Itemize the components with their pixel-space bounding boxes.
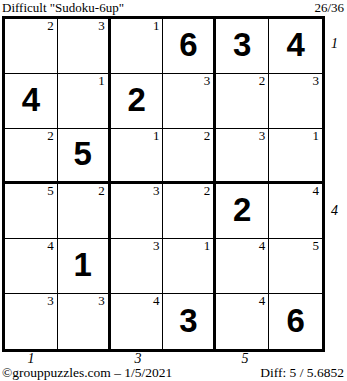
sudoku-cell-r3c4[interactable]: 2	[163, 129, 216, 184]
sudoku-cell-r5c5[interactable]: 4	[216, 239, 269, 294]
sudoku-cell-r4c2[interactable]: 2	[58, 184, 111, 239]
pencil-mark: 2	[204, 184, 211, 198]
pencil-mark: 3	[153, 184, 160, 198]
given-digit: 6	[269, 294, 322, 349]
pencil-mark: 4	[259, 294, 266, 308]
given-digit: 4	[269, 19, 322, 73]
sudoku-cell-r3c3[interactable]: 1	[111, 129, 164, 184]
sudoku-cell-r3c1[interactable]: 2	[5, 129, 58, 184]
given-digit: 6	[163, 19, 213, 73]
pencil-mark: 5	[47, 184, 54, 198]
sudoku-cell-r1c1[interactable]: 2	[5, 19, 58, 74]
pencil-mark: 3	[47, 294, 54, 308]
sudoku-cell-r6c4[interactable]: 3	[163, 294, 216, 349]
pencil-mark: 2	[98, 184, 105, 198]
pencil-mark: 3	[98, 294, 105, 308]
sudoku-cell-r6c1[interactable]: 3	[5, 294, 58, 349]
sudoku-cell-r5c4[interactable]: 1	[163, 239, 216, 294]
pencil-mark: 1	[153, 129, 160, 143]
sudoku-cell-r3c5[interactable]: 3	[216, 129, 269, 184]
pencil-mark: 5	[312, 239, 319, 253]
pencil-mark: 2	[204, 129, 211, 143]
puzzle-page: Difficult "Sudoku-6up" 26/36 23163441232…	[0, 0, 347, 381]
sudoku-cell-r6c6[interactable]: 6	[269, 294, 322, 349]
pencil-mark: 3	[153, 239, 160, 253]
row-label-1: 1	[331, 36, 338, 52]
puzzle-counter: 26/36	[314, 0, 344, 16]
pencil-mark: 2	[47, 129, 54, 143]
given-digit: 1	[58, 239, 108, 293]
copyright-text: ©grouppuzzles.com – 1/5/2021	[2, 365, 172, 381]
sudoku-cell-r3c2[interactable]: 5	[58, 129, 111, 184]
given-digit: 2	[111, 74, 163, 128]
sudoku-cell-r3c6[interactable]: 1	[269, 129, 322, 184]
sudoku-cell-r5c2[interactable]: 1	[58, 239, 111, 294]
given-digit: 3	[216, 19, 268, 73]
sudoku-cell-r1c2[interactable]: 3	[58, 19, 111, 74]
given-digit: 5	[58, 129, 108, 181]
given-digit: 2	[216, 184, 268, 238]
sudoku-cell-r6c3[interactable]: 4	[111, 294, 164, 349]
row-label-4: 4	[331, 203, 338, 219]
col-label-5: 5	[242, 351, 249, 367]
sudoku-cell-r4c1[interactable]: 5	[5, 184, 58, 239]
sudoku-cell-r2c5[interactable]: 2	[216, 74, 269, 129]
sudoku-cell-r5c1[interactable]: 4	[5, 239, 58, 294]
sudoku-cell-r2c4[interactable]: 3	[163, 74, 216, 129]
pencil-mark: 4	[47, 239, 54, 253]
given-digit: 3	[163, 294, 213, 349]
sudoku-cell-r6c2[interactable]: 3	[58, 294, 111, 349]
puzzle-title: Difficult "Sudoku-6up"	[2, 0, 124, 16]
sudoku-cell-r4c5[interactable]: 2	[216, 184, 269, 239]
pencil-mark: 2	[259, 74, 266, 88]
pencil-mark: 2	[47, 19, 54, 33]
sudoku-cell-r1c6[interactable]: 4	[269, 19, 322, 74]
pencil-mark: 3	[312, 74, 319, 88]
sudoku-cell-r4c4[interactable]: 2	[163, 184, 216, 239]
sudoku-cell-r2c2[interactable]: 1	[58, 74, 111, 129]
sudoku-cell-r5c6[interactable]: 5	[269, 239, 322, 294]
pencil-mark: 4	[312, 184, 319, 198]
given-digit: 4	[5, 74, 57, 128]
pencil-mark: 1	[153, 19, 160, 33]
sudoku-cell-r4c6[interactable]: 4	[269, 184, 322, 239]
pencil-mark: 1	[312, 129, 319, 143]
sudoku-cell-r4c3[interactable]: 3	[111, 184, 164, 239]
pencil-mark: 3	[204, 74, 211, 88]
difficulty-text: Diff: 5 / 5.6852	[260, 365, 344, 381]
pencil-mark: 1	[98, 74, 105, 88]
sudoku-cell-r6c5[interactable]: 4	[216, 294, 269, 349]
sudoku-cell-r2c1[interactable]: 4	[5, 74, 58, 129]
pencil-mark: 3	[259, 129, 266, 143]
pencil-mark: 1	[204, 239, 211, 253]
sudoku-cell-r2c6[interactable]: 3	[269, 74, 322, 129]
pencil-mark: 3	[98, 19, 105, 33]
pencil-mark: 4	[259, 239, 266, 253]
sudoku-cell-r1c5[interactable]: 3	[216, 19, 269, 74]
sudoku-cell-r1c3[interactable]: 1	[111, 19, 164, 74]
sudoku-cell-r1c4[interactable]: 6	[163, 19, 216, 74]
pencil-mark: 4	[153, 294, 160, 308]
sudoku-grid: 231634412323251231523224413145334346	[2, 16, 325, 352]
sudoku-cell-r2c3[interactable]: 2	[111, 74, 164, 129]
sudoku-cell-r5c3[interactable]: 3	[111, 239, 164, 294]
